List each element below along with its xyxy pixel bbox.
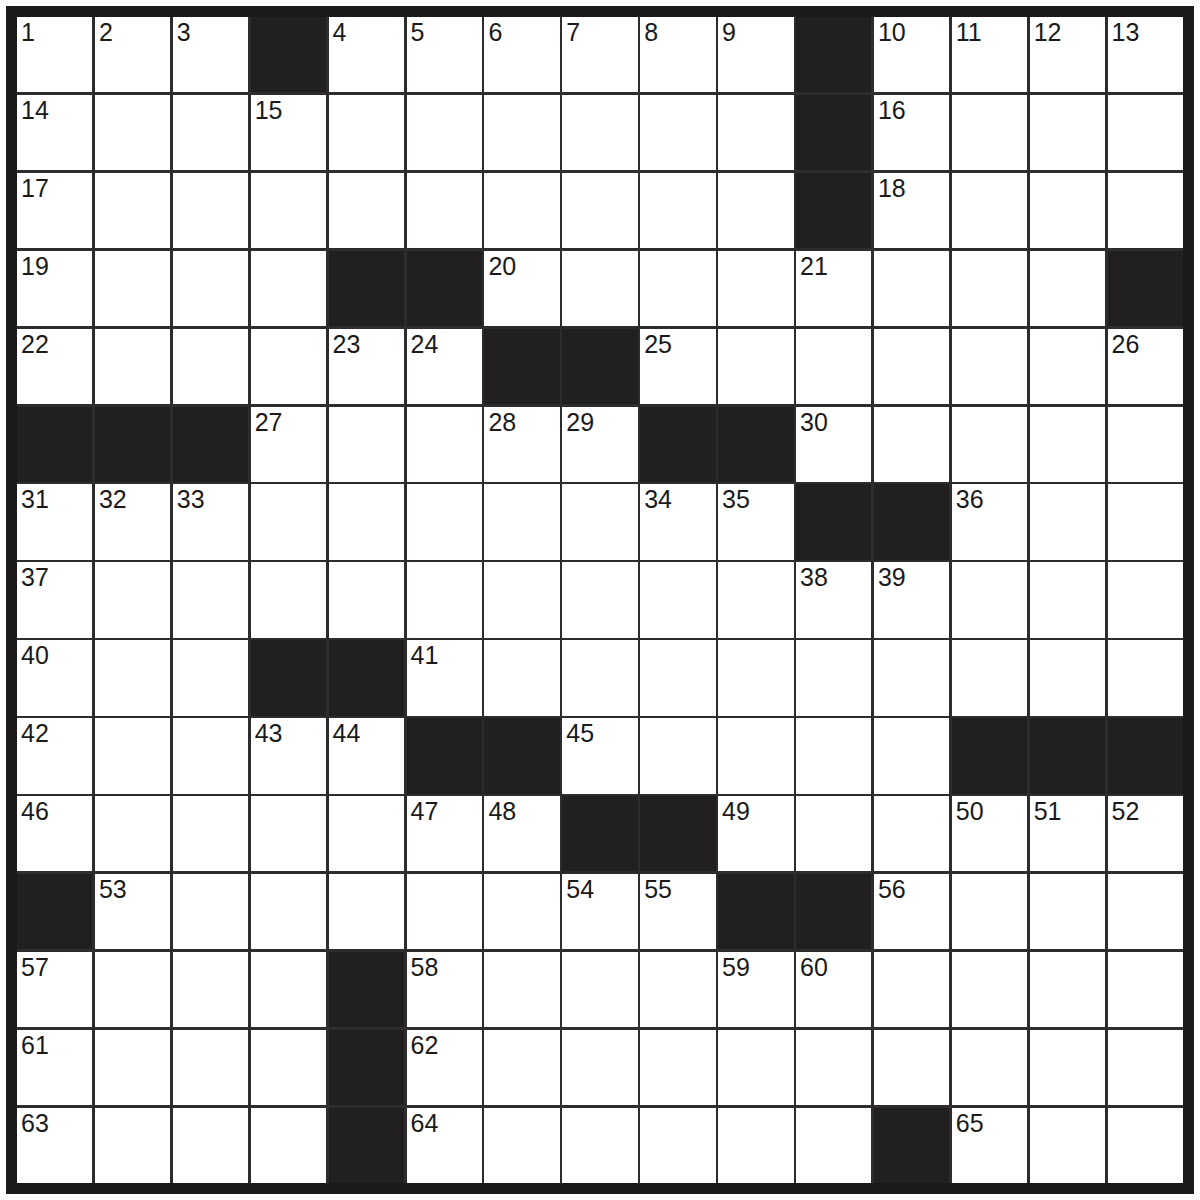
black-cell-r10c6 bbox=[407, 718, 482, 793]
white-cell-r11c14[interactable]: 51 bbox=[1030, 796, 1105, 871]
white-cell-r7c4[interactable] bbox=[251, 484, 326, 559]
white-cell-r11c12[interactable] bbox=[874, 796, 949, 871]
clue-number-13: 13 bbox=[1112, 18, 1140, 46]
white-cell-r13c13[interactable] bbox=[952, 952, 1027, 1027]
white-cell-r15c9[interactable] bbox=[640, 1108, 715, 1183]
white-cell-r15c10[interactable] bbox=[718, 1108, 793, 1183]
white-cell-r13c6[interactable]: 58 bbox=[407, 952, 482, 1027]
black-cell-r5c8 bbox=[562, 329, 637, 404]
white-cell-r1c15[interactable]: 13 bbox=[1108, 17, 1183, 92]
black-cell-r4c6 bbox=[407, 251, 482, 326]
white-cell-r11c1[interactable]: 46 bbox=[17, 796, 92, 871]
clue-number-14: 14 bbox=[21, 96, 49, 124]
white-cell-r7c10[interactable]: 35 bbox=[718, 484, 793, 559]
white-cell-r10c5[interactable]: 44 bbox=[329, 718, 404, 793]
white-cell-r1c8[interactable]: 7 bbox=[562, 17, 637, 92]
white-cell-r11c15[interactable]: 52 bbox=[1108, 796, 1183, 871]
white-cell-r11c7[interactable]: 48 bbox=[484, 796, 559, 871]
clue-number-45: 45 bbox=[566, 719, 594, 747]
crossword-page: 1234567891011121314151617181920212223242… bbox=[0, 0, 1200, 1200]
black-cell-r2c11 bbox=[796, 95, 871, 170]
white-cell-r12c6[interactable] bbox=[407, 874, 482, 949]
clue-number-42: 42 bbox=[21, 719, 49, 747]
clue-number-35: 35 bbox=[722, 485, 750, 513]
black-cell-r6c9 bbox=[640, 407, 715, 482]
white-cell-r7c6[interactable] bbox=[407, 484, 482, 559]
black-cell-r6c10 bbox=[718, 407, 793, 482]
white-cell-r13c2[interactable] bbox=[95, 952, 170, 1027]
white-cell-r9c15[interactable] bbox=[1108, 640, 1183, 715]
clue-number-24: 24 bbox=[411, 330, 439, 358]
white-cell-r9c2[interactable] bbox=[95, 640, 170, 715]
white-cell-r10c4[interactable]: 43 bbox=[251, 718, 326, 793]
white-cell-r12c8[interactable]: 54 bbox=[562, 874, 637, 949]
white-cell-r13c14[interactable] bbox=[1030, 952, 1105, 1027]
clue-number-27: 27 bbox=[255, 408, 283, 436]
white-cell-r13c1[interactable]: 57 bbox=[17, 952, 92, 1027]
clue-number-12: 12 bbox=[1034, 18, 1062, 46]
black-cell-r7c11 bbox=[796, 484, 871, 559]
white-cell-r11c3[interactable] bbox=[173, 796, 248, 871]
white-cell-r12c5[interactable] bbox=[329, 874, 404, 949]
white-cell-r10c12[interactable] bbox=[874, 718, 949, 793]
white-cell-r15c3[interactable] bbox=[173, 1108, 248, 1183]
black-cell-r3c11 bbox=[796, 173, 871, 248]
white-cell-r12c3[interactable] bbox=[173, 874, 248, 949]
white-cell-r14c2[interactable] bbox=[95, 1030, 170, 1105]
clue-number-36: 36 bbox=[956, 485, 984, 513]
white-cell-r11c13[interactable]: 50 bbox=[952, 796, 1027, 871]
white-cell-r7c1[interactable]: 31 bbox=[17, 484, 92, 559]
white-cell-r3c6[interactable] bbox=[407, 173, 482, 248]
white-cell-r3c4[interactable] bbox=[251, 173, 326, 248]
white-cell-r5c4[interactable] bbox=[251, 329, 326, 404]
white-cell-r6c15[interactable] bbox=[1108, 407, 1183, 482]
white-cell-r5c10[interactable] bbox=[718, 329, 793, 404]
white-cell-r3c3[interactable] bbox=[173, 173, 248, 248]
clue-number-23: 23 bbox=[333, 330, 361, 358]
white-cell-r1c12[interactable]: 10 bbox=[874, 17, 949, 92]
clue-number-38: 38 bbox=[800, 563, 828, 591]
white-cell-r12c7[interactable] bbox=[484, 874, 559, 949]
black-cell-r11c9 bbox=[640, 796, 715, 871]
clue-number-5: 5 bbox=[411, 18, 425, 46]
black-cell-r10c14 bbox=[1030, 718, 1105, 793]
white-cell-r1c7[interactable]: 6 bbox=[484, 17, 559, 92]
white-cell-r14c7[interactable] bbox=[484, 1030, 559, 1105]
white-cell-r2c10[interactable] bbox=[718, 95, 793, 170]
white-cell-r11c5[interactable] bbox=[329, 796, 404, 871]
clue-number-29: 29 bbox=[566, 408, 594, 436]
white-cell-r10c8[interactable]: 45 bbox=[562, 718, 637, 793]
white-cell-r13c10[interactable]: 59 bbox=[718, 952, 793, 1027]
clue-number-47: 47 bbox=[411, 797, 439, 825]
clue-number-48: 48 bbox=[488, 797, 516, 825]
black-cell-r10c7 bbox=[484, 718, 559, 793]
black-cell-r6c1 bbox=[17, 407, 92, 482]
white-cell-r9c6[interactable]: 41 bbox=[407, 640, 482, 715]
white-cell-r2c12[interactable]: 16 bbox=[874, 95, 949, 170]
white-cell-r4c12[interactable] bbox=[874, 251, 949, 326]
white-cell-r5c15[interactable]: 26 bbox=[1108, 329, 1183, 404]
white-cell-r4c14[interactable] bbox=[1030, 251, 1105, 326]
white-cell-r5c5[interactable]: 23 bbox=[329, 329, 404, 404]
white-cell-r2c13[interactable] bbox=[952, 95, 1027, 170]
clue-number-18: 18 bbox=[878, 174, 906, 202]
white-cell-r5c9[interactable]: 25 bbox=[640, 329, 715, 404]
white-cell-r2c4[interactable]: 15 bbox=[251, 95, 326, 170]
black-cell-r6c2 bbox=[95, 407, 170, 482]
white-cell-r4c7[interactable]: 20 bbox=[484, 251, 559, 326]
white-cell-r3c13[interactable] bbox=[952, 173, 1027, 248]
black-cell-r6c3 bbox=[173, 407, 248, 482]
white-cell-r3c15[interactable] bbox=[1108, 173, 1183, 248]
white-cell-r1c2[interactable]: 2 bbox=[95, 17, 170, 92]
clue-number-51: 51 bbox=[1034, 797, 1062, 825]
white-cell-r7c2[interactable]: 32 bbox=[95, 484, 170, 559]
white-cell-r10c1[interactable]: 42 bbox=[17, 718, 92, 793]
black-cell-r4c15 bbox=[1108, 251, 1183, 326]
clue-number-58: 58 bbox=[411, 953, 439, 981]
white-cell-r3c9[interactable] bbox=[640, 173, 715, 248]
white-cell-r3c10[interactable] bbox=[718, 173, 793, 248]
white-cell-r15c4[interactable] bbox=[251, 1108, 326, 1183]
black-cell-r4c5 bbox=[329, 251, 404, 326]
white-cell-r8c12[interactable]: 39 bbox=[874, 562, 949, 637]
white-cell-r7c3[interactable]: 33 bbox=[173, 484, 248, 559]
clue-number-44: 44 bbox=[333, 719, 361, 747]
white-cell-r8c6[interactable] bbox=[407, 562, 482, 637]
white-cell-r4c8[interactable] bbox=[562, 251, 637, 326]
clue-number-49: 49 bbox=[722, 797, 750, 825]
clue-number-39: 39 bbox=[878, 563, 906, 591]
white-cell-r6c7[interactable]: 28 bbox=[484, 407, 559, 482]
clue-number-63: 63 bbox=[21, 1109, 49, 1137]
white-cell-r6c8[interactable]: 29 bbox=[562, 407, 637, 482]
white-cell-r8c7[interactable] bbox=[484, 562, 559, 637]
black-cell-r7c12 bbox=[874, 484, 949, 559]
white-cell-r8c15[interactable] bbox=[1108, 562, 1183, 637]
white-cell-r14c3[interactable] bbox=[173, 1030, 248, 1105]
white-cell-r12c9[interactable]: 55 bbox=[640, 874, 715, 949]
clue-number-15: 15 bbox=[255, 96, 283, 124]
white-cell-r10c3[interactable] bbox=[173, 718, 248, 793]
black-cell-r13c5 bbox=[329, 952, 404, 1027]
clue-number-6: 6 bbox=[488, 18, 502, 46]
white-cell-r14c1[interactable]: 61 bbox=[17, 1030, 92, 1105]
white-cell-r14c12[interactable] bbox=[874, 1030, 949, 1105]
clue-number-65: 65 bbox=[956, 1109, 984, 1137]
clue-number-8: 8 bbox=[644, 18, 658, 46]
clue-number-60: 60 bbox=[800, 953, 828, 981]
white-cell-r5c12[interactable] bbox=[874, 329, 949, 404]
white-cell-r1c3[interactable]: 3 bbox=[173, 17, 248, 92]
white-cell-r14c10[interactable] bbox=[718, 1030, 793, 1105]
clue-number-19: 19 bbox=[21, 252, 49, 280]
white-cell-r5c1[interactable]: 22 bbox=[17, 329, 92, 404]
white-cell-r7c8[interactable] bbox=[562, 484, 637, 559]
white-cell-r4c13[interactable] bbox=[952, 251, 1027, 326]
white-cell-r12c2[interactable]: 53 bbox=[95, 874, 170, 949]
white-cell-r9c12[interactable] bbox=[874, 640, 949, 715]
clue-number-25: 25 bbox=[644, 330, 672, 358]
white-cell-r4c9[interactable] bbox=[640, 251, 715, 326]
white-cell-r6c11[interactable]: 30 bbox=[796, 407, 871, 482]
black-cell-r1c4 bbox=[251, 17, 326, 92]
clue-number-16: 16 bbox=[878, 96, 906, 124]
white-cell-r8c13[interactable] bbox=[952, 562, 1027, 637]
white-cell-r2c5[interactable] bbox=[329, 95, 404, 170]
white-cell-r4c10[interactable] bbox=[718, 251, 793, 326]
white-cell-r3c1[interactable]: 17 bbox=[17, 173, 92, 248]
white-cell-r10c9[interactable] bbox=[640, 718, 715, 793]
clue-number-46: 46 bbox=[21, 797, 49, 825]
white-cell-r11c2[interactable] bbox=[95, 796, 170, 871]
clue-number-52: 52 bbox=[1112, 797, 1140, 825]
white-cell-r1c9[interactable]: 8 bbox=[640, 17, 715, 92]
white-cell-r15c8[interactable] bbox=[562, 1108, 637, 1183]
white-cell-r12c13[interactable] bbox=[952, 874, 1027, 949]
white-cell-r8c3[interactable] bbox=[173, 562, 248, 637]
white-cell-r2c15[interactable] bbox=[1108, 95, 1183, 170]
white-cell-r8c8[interactable] bbox=[562, 562, 637, 637]
clue-number-10: 10 bbox=[878, 18, 906, 46]
clue-number-43: 43 bbox=[255, 719, 283, 747]
white-cell-r12c12[interactable]: 56 bbox=[874, 874, 949, 949]
white-cell-r13c15[interactable] bbox=[1108, 952, 1183, 1027]
black-cell-r9c5 bbox=[329, 640, 404, 715]
white-cell-r9c11[interactable] bbox=[796, 640, 871, 715]
white-cell-r2c7[interactable] bbox=[484, 95, 559, 170]
white-cell-r3c7[interactable] bbox=[484, 173, 559, 248]
white-cell-r1c6[interactable]: 5 bbox=[407, 17, 482, 92]
clue-number-26: 26 bbox=[1112, 330, 1140, 358]
black-cell-r12c11 bbox=[796, 874, 871, 949]
white-cell-r14c4[interactable] bbox=[251, 1030, 326, 1105]
white-cell-r12c4[interactable] bbox=[251, 874, 326, 949]
white-cell-r10c11[interactable] bbox=[796, 718, 871, 793]
white-cell-r13c7[interactable] bbox=[484, 952, 559, 1027]
clue-number-2: 2 bbox=[99, 18, 113, 46]
clue-number-56: 56 bbox=[878, 875, 906, 903]
clue-number-41: 41 bbox=[411, 641, 439, 669]
white-cell-r3c14[interactable] bbox=[1030, 173, 1105, 248]
white-cell-r3c5[interactable] bbox=[329, 173, 404, 248]
white-cell-r9c1[interactable]: 40 bbox=[17, 640, 92, 715]
white-cell-r2c8[interactable] bbox=[562, 95, 637, 170]
white-cell-r9c3[interactable] bbox=[173, 640, 248, 715]
clue-number-54: 54 bbox=[566, 875, 594, 903]
clue-number-59: 59 bbox=[722, 953, 750, 981]
white-cell-r15c13[interactable]: 65 bbox=[952, 1108, 1027, 1183]
black-cell-r10c13 bbox=[952, 718, 1027, 793]
clue-number-9: 9 bbox=[722, 18, 736, 46]
white-cell-r7c15[interactable] bbox=[1108, 484, 1183, 559]
crossword-grid: 1234567891011121314151617181920212223242… bbox=[6, 6, 1194, 1194]
clue-number-21: 21 bbox=[800, 252, 828, 280]
clue-number-34: 34 bbox=[644, 485, 672, 513]
white-cell-r3c2[interactable] bbox=[95, 173, 170, 248]
black-cell-r9c4 bbox=[251, 640, 326, 715]
white-cell-r3c8[interactable] bbox=[562, 173, 637, 248]
clue-number-57: 57 bbox=[21, 953, 49, 981]
white-cell-r7c9[interactable]: 34 bbox=[640, 484, 715, 559]
white-cell-r12c14[interactable] bbox=[1030, 874, 1105, 949]
white-cell-r8c4[interactable] bbox=[251, 562, 326, 637]
white-cell-r5c2[interactable] bbox=[95, 329, 170, 404]
white-cell-r11c6[interactable]: 47 bbox=[407, 796, 482, 871]
white-cell-r6c5[interactable] bbox=[329, 407, 404, 482]
black-cell-r10c15 bbox=[1108, 718, 1183, 793]
white-cell-r8c5[interactable] bbox=[329, 562, 404, 637]
white-cell-r15c14[interactable] bbox=[1030, 1108, 1105, 1183]
white-cell-r7c5[interactable] bbox=[329, 484, 404, 559]
white-cell-r13c12[interactable] bbox=[874, 952, 949, 1027]
white-cell-r10c10[interactable] bbox=[718, 718, 793, 793]
white-cell-r14c8[interactable] bbox=[562, 1030, 637, 1105]
white-cell-r9c10[interactable] bbox=[718, 640, 793, 715]
clue-number-17: 17 bbox=[21, 174, 49, 202]
clue-number-28: 28 bbox=[488, 408, 516, 436]
white-cell-r14c11[interactable] bbox=[796, 1030, 871, 1105]
clue-number-4: 4 bbox=[333, 18, 347, 46]
white-cell-r13c11[interactable]: 60 bbox=[796, 952, 871, 1027]
white-cell-r5c11[interactable] bbox=[796, 329, 871, 404]
white-cell-r15c7[interactable] bbox=[484, 1108, 559, 1183]
white-cell-r1c1[interactable]: 1 bbox=[17, 17, 92, 92]
white-cell-r6c13[interactable] bbox=[952, 407, 1027, 482]
white-cell-r7c14[interactable] bbox=[1030, 484, 1105, 559]
white-cell-r8c14[interactable] bbox=[1030, 562, 1105, 637]
white-cell-r15c1[interactable]: 63 bbox=[17, 1108, 92, 1183]
black-cell-r15c12 bbox=[874, 1108, 949, 1183]
clue-number-3: 3 bbox=[177, 18, 191, 46]
white-cell-r4c3[interactable] bbox=[173, 251, 248, 326]
white-cell-r4c1[interactable]: 19 bbox=[17, 251, 92, 326]
white-cell-r7c7[interactable] bbox=[484, 484, 559, 559]
white-cell-r8c1[interactable]: 37 bbox=[17, 562, 92, 637]
clue-number-30: 30 bbox=[800, 408, 828, 436]
white-cell-r1c14[interactable]: 12 bbox=[1030, 17, 1105, 92]
black-cell-r12c10 bbox=[718, 874, 793, 949]
clue-number-1: 1 bbox=[21, 18, 35, 46]
white-cell-r14c13[interactable] bbox=[952, 1030, 1027, 1105]
clue-number-31: 31 bbox=[21, 485, 49, 513]
white-cell-r2c9[interactable] bbox=[640, 95, 715, 170]
white-cell-r1c10[interactable]: 9 bbox=[718, 17, 793, 92]
white-cell-r13c9[interactable] bbox=[640, 952, 715, 1027]
white-cell-r3c12[interactable]: 18 bbox=[874, 173, 949, 248]
white-cell-r6c14[interactable] bbox=[1030, 407, 1105, 482]
white-cell-r14c9[interactable] bbox=[640, 1030, 715, 1105]
white-cell-r2c6[interactable] bbox=[407, 95, 482, 170]
clue-number-62: 62 bbox=[411, 1031, 439, 1059]
white-cell-r5c3[interactable] bbox=[173, 329, 248, 404]
white-cell-r15c15[interactable] bbox=[1108, 1108, 1183, 1183]
black-cell-r1c11 bbox=[796, 17, 871, 92]
white-cell-r5c14[interactable] bbox=[1030, 329, 1105, 404]
white-cell-r15c11[interactable] bbox=[796, 1108, 871, 1183]
white-cell-r4c11[interactable]: 21 bbox=[796, 251, 871, 326]
clue-number-61: 61 bbox=[21, 1031, 49, 1059]
white-cell-r2c3[interactable] bbox=[173, 95, 248, 170]
clue-number-22: 22 bbox=[21, 330, 49, 358]
white-cell-r6c4[interactable]: 27 bbox=[251, 407, 326, 482]
white-cell-r5c13[interactable] bbox=[952, 329, 1027, 404]
black-cell-r5c7 bbox=[484, 329, 559, 404]
white-cell-r11c11[interactable] bbox=[796, 796, 871, 871]
white-cell-r4c2[interactable] bbox=[95, 251, 170, 326]
clue-number-33: 33 bbox=[177, 485, 205, 513]
white-cell-r9c14[interactable] bbox=[1030, 640, 1105, 715]
white-cell-r11c4[interactable] bbox=[251, 796, 326, 871]
white-cell-r14c14[interactable] bbox=[1030, 1030, 1105, 1105]
white-cell-r15c2[interactable] bbox=[95, 1108, 170, 1183]
white-cell-r9c13[interactable] bbox=[952, 640, 1027, 715]
white-cell-r14c15[interactable] bbox=[1108, 1030, 1183, 1105]
clue-number-64: 64 bbox=[411, 1109, 439, 1137]
clue-number-37: 37 bbox=[21, 563, 49, 591]
white-cell-r13c4[interactable] bbox=[251, 952, 326, 1027]
white-cell-r6c12[interactable] bbox=[874, 407, 949, 482]
black-cell-r14c5 bbox=[329, 1030, 404, 1105]
white-cell-r9c8[interactable] bbox=[562, 640, 637, 715]
clue-number-20: 20 bbox=[488, 252, 516, 280]
white-cell-r6c6[interactable] bbox=[407, 407, 482, 482]
white-cell-r2c14[interactable] bbox=[1030, 95, 1105, 170]
white-cell-r1c13[interactable]: 11 bbox=[952, 17, 1027, 92]
white-cell-r15c6[interactable]: 64 bbox=[407, 1108, 482, 1183]
white-cell-r2c1[interactable]: 14 bbox=[17, 95, 92, 170]
white-cell-r5c6[interactable]: 24 bbox=[407, 329, 482, 404]
white-cell-r8c2[interactable] bbox=[95, 562, 170, 637]
white-cell-r13c3[interactable] bbox=[173, 952, 248, 1027]
white-cell-r12c15[interactable] bbox=[1108, 874, 1183, 949]
white-cell-r9c7[interactable] bbox=[484, 640, 559, 715]
clue-number-7: 7 bbox=[566, 18, 580, 46]
white-cell-r11c10[interactable]: 49 bbox=[718, 796, 793, 871]
white-cell-r9c9[interactable] bbox=[640, 640, 715, 715]
clue-number-11: 11 bbox=[956, 18, 982, 46]
clue-number-55: 55 bbox=[644, 875, 672, 903]
white-cell-r4c4[interactable] bbox=[251, 251, 326, 326]
clue-number-50: 50 bbox=[956, 797, 984, 825]
white-cell-r10c2[interactable] bbox=[95, 718, 170, 793]
clue-number-32: 32 bbox=[99, 485, 127, 513]
black-cell-r15c5 bbox=[329, 1108, 404, 1183]
clue-number-40: 40 bbox=[21, 641, 49, 669]
white-cell-r1c5[interactable]: 4 bbox=[329, 17, 404, 92]
white-cell-r13c8[interactable] bbox=[562, 952, 637, 1027]
white-cell-r7c13[interactable]: 36 bbox=[952, 484, 1027, 559]
white-cell-r8c9[interactable] bbox=[640, 562, 715, 637]
clue-number-53: 53 bbox=[99, 875, 127, 903]
white-cell-r2c2[interactable] bbox=[95, 95, 170, 170]
black-cell-r12c1 bbox=[17, 874, 92, 949]
white-cell-r8c11[interactable]: 38 bbox=[796, 562, 871, 637]
white-cell-r14c6[interactable]: 62 bbox=[407, 1030, 482, 1105]
black-cell-r11c8 bbox=[562, 796, 637, 871]
white-cell-r8c10[interactable] bbox=[718, 562, 793, 637]
